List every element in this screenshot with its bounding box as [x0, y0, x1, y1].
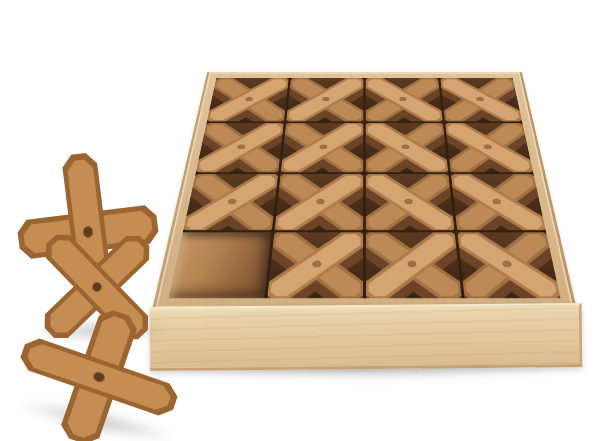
- center-dowel: [402, 145, 409, 149]
- x-block: [286, 78, 363, 121]
- x-block: [457, 233, 560, 299]
- x-block: [207, 78, 289, 121]
- block-stack-r1c1[interactable]: [207, 78, 289, 121]
- block-stack-r2c4[interactable]: [445, 123, 533, 172]
- x-block: [281, 123, 363, 172]
- x-block: [440, 78, 522, 121]
- x-block: [451, 174, 546, 231]
- block-stack-r2c1[interactable]: [196, 123, 284, 172]
- x-block: [366, 174, 455, 231]
- x-block: [196, 123, 284, 172]
- block-stack-r2c2[interactable]: [281, 123, 363, 172]
- block-stack-r1c2[interactable]: [286, 78, 363, 121]
- block-tray: [152, 72, 577, 310]
- block-stack-r2c3[interactable]: [366, 123, 448, 172]
- x-block: [275, 174, 364, 231]
- x-block: [366, 233, 462, 299]
- center-dowel: [476, 97, 483, 101]
- block-stack-r3c3[interactable]: [366, 174, 455, 231]
- x-block: [267, 233, 363, 299]
- center-dowel: [317, 199, 325, 204]
- block-stack-r3c4[interactable]: [451, 174, 546, 231]
- center-dowel: [323, 97, 330, 101]
- center-dowel: [408, 261, 416, 267]
- block-stack-r1c4[interactable]: [440, 78, 522, 121]
- center-dowel: [313, 261, 321, 267]
- x-block: [183, 174, 278, 231]
- block-stack-r4c3[interactable]: [366, 233, 462, 299]
- block-grid: [169, 78, 561, 298]
- x-block: [366, 123, 448, 172]
- box-front-panel: [150, 303, 583, 371]
- center-dowel: [400, 97, 407, 101]
- block-stack-r3c1[interactable]: [183, 174, 278, 231]
- x-block: [366, 78, 443, 121]
- x-block: [445, 123, 533, 172]
- block-stack-r3c2[interactable]: [275, 174, 364, 231]
- block-stack-r4c2[interactable]: [267, 233, 363, 299]
- center-dowel: [246, 97, 253, 101]
- block-stack-r4c4[interactable]: [457, 233, 560, 299]
- center-dowel: [320, 145, 327, 149]
- center-dowel: [405, 199, 413, 204]
- product-photo-stage: [0, 0, 600, 441]
- block-stack-r1c3[interactable]: [366, 78, 443, 121]
